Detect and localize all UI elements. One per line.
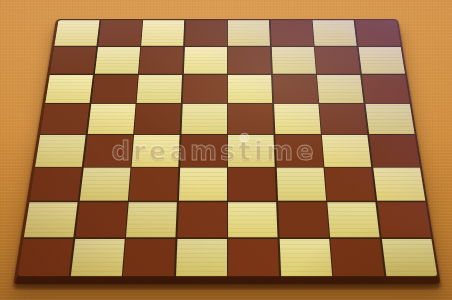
- square-a2: [24, 202, 78, 237]
- square-e2: [228, 202, 278, 237]
- square-f3: [277, 168, 327, 201]
- square-c6: [137, 75, 182, 103]
- square-b2: [75, 202, 127, 237]
- square-b5: [87, 104, 135, 134]
- square-d6: [182, 75, 226, 103]
- square-b7: [94, 47, 139, 74]
- square-d5: [181, 104, 227, 134]
- square-b1: [70, 239, 124, 276]
- square-d7: [184, 47, 227, 74]
- square-c2: [126, 202, 177, 237]
- square-g4: [322, 135, 371, 167]
- chessboard: [13, 19, 441, 284]
- square-h3: [373, 168, 425, 201]
- square-f4: [275, 135, 323, 167]
- square-f8: [270, 20, 313, 46]
- square-h5: [365, 104, 414, 134]
- square-d4: [180, 135, 227, 167]
- square-e1: [228, 239, 279, 276]
- square-e8: [228, 20, 270, 46]
- square-e4: [228, 135, 275, 167]
- square-d8: [185, 20, 227, 46]
- square-h4: [369, 135, 420, 167]
- square-f6: [273, 75, 319, 103]
- square-h7: [359, 47, 405, 74]
- square-a8: [54, 20, 99, 46]
- square-c5: [134, 104, 181, 134]
- square-e7: [228, 47, 271, 74]
- square-f1: [279, 239, 332, 276]
- square-c7: [139, 47, 183, 74]
- square-a5: [40, 104, 89, 134]
- square-a7: [50, 47, 96, 74]
- square-h8: [355, 20, 400, 46]
- square-f2: [278, 202, 329, 237]
- square-g6: [317, 75, 364, 103]
- square-g2: [328, 202, 380, 237]
- square-g1: [331, 239, 385, 276]
- square-d1: [176, 239, 227, 276]
- square-c8: [141, 20, 184, 46]
- square-c1: [123, 239, 176, 276]
- square-b8: [98, 20, 142, 46]
- square-a3: [30, 168, 82, 201]
- square-g3: [325, 168, 376, 201]
- square-e5: [228, 104, 274, 134]
- square-h2: [377, 202, 431, 237]
- square-g7: [315, 47, 360, 74]
- square-b3: [79, 168, 130, 201]
- square-h6: [362, 75, 410, 103]
- square-b4: [83, 135, 132, 167]
- square-c4: [132, 135, 180, 167]
- square-a4: [35, 135, 86, 167]
- chessboard-grid: [18, 20, 438, 276]
- square-f5: [274, 104, 321, 134]
- square-f7: [272, 47, 316, 74]
- photo-canvas: dreamstime ®: [0, 0, 452, 300]
- square-a1: [18, 239, 74, 276]
- square-b6: [91, 75, 138, 103]
- square-d3: [179, 168, 227, 201]
- square-d2: [177, 202, 227, 237]
- square-e3: [228, 168, 276, 201]
- square-g8: [313, 20, 357, 46]
- square-c3: [129, 168, 178, 201]
- square-e6: [228, 75, 272, 103]
- square-g5: [320, 104, 368, 134]
- square-a6: [45, 75, 93, 103]
- square-h1: [382, 239, 438, 276]
